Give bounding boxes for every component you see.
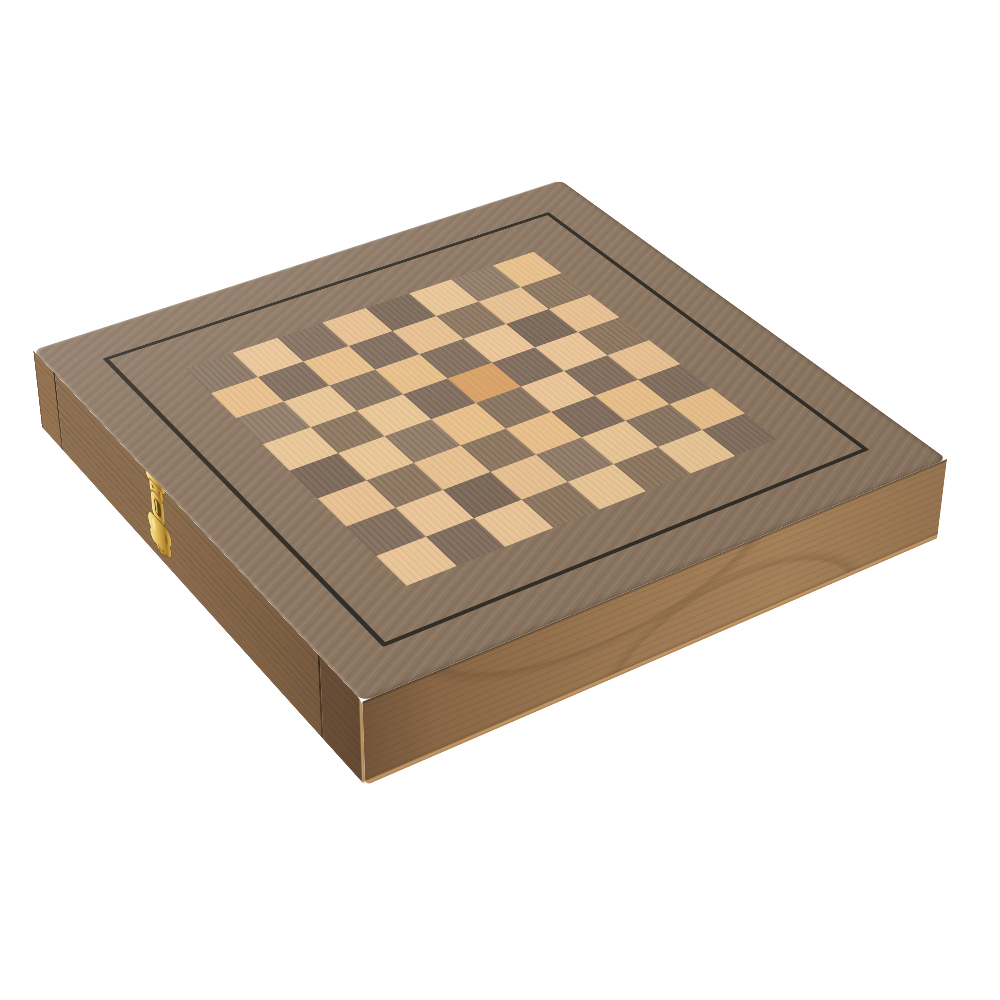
product-photo [0,0,1000,1000]
box-top-face [33,180,947,702]
wooden-chess-box [33,180,947,702]
scene [0,0,1000,1000]
